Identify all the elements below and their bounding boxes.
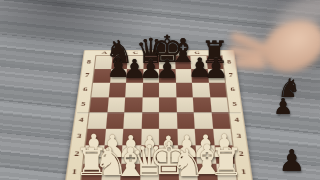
square-c1 — [120, 163, 140, 180]
square-c6 — [125, 83, 142, 97]
square-b5 — [107, 97, 125, 112]
square-d3 — [141, 128, 159, 145]
coordinate-label: 5 — [232, 102, 237, 107]
square-b8 — [111, 56, 128, 69]
coordinate-label: 4 — [79, 118, 84, 123]
square-e2 — [159, 145, 178, 163]
square-h7 — [207, 69, 225, 83]
square-e1 — [159, 163, 178, 180]
square-b4 — [105, 112, 124, 128]
coordinate-label: G — [194, 51, 200, 55]
coordinate-label: 1 — [241, 169, 247, 175]
square-f3 — [177, 128, 196, 145]
square-f1 — [178, 163, 198, 180]
square-a3 — [86, 128, 106, 145]
coordinate-label: 4 — [234, 118, 239, 123]
chess-scene: ABCDEFGH ABCDEFGH 87654321 87654321 ♞♛♚♝… — [0, 0, 320, 180]
square-e3 — [159, 128, 177, 145]
square-d2 — [140, 145, 159, 163]
square-e5 — [159, 97, 176, 112]
square-g2 — [196, 145, 216, 163]
coordinate-label: 3 — [236, 134, 241, 140]
square-d1 — [140, 163, 159, 180]
square-a2 — [83, 145, 103, 163]
square-b2 — [102, 145, 122, 163]
square-e8 — [159, 56, 175, 69]
square-g7 — [191, 69, 208, 83]
square-h5 — [210, 97, 229, 112]
square-d5 — [142, 97, 159, 112]
square-c2 — [121, 145, 140, 163]
square-c5 — [124, 97, 142, 112]
square-a5 — [90, 97, 109, 112]
square-b6 — [108, 83, 126, 97]
square-a7 — [93, 69, 111, 83]
square-b1 — [101, 163, 122, 180]
square-h4 — [211, 112, 230, 128]
square-g3 — [195, 128, 214, 145]
square-h1 — [216, 163, 237, 180]
square-c7 — [126, 69, 143, 83]
square-d6 — [142, 83, 159, 97]
coordinate-label: 2 — [74, 151, 80, 157]
hand-finger — [234, 58, 267, 69]
coordinate-label: C — [133, 51, 138, 55]
square-c8 — [127, 56, 143, 69]
square-a4 — [88, 112, 107, 128]
square-h6 — [208, 83, 226, 97]
square-c3 — [122, 128, 141, 145]
square-e4 — [159, 112, 177, 128]
square-e6 — [159, 83, 176, 97]
square-g6 — [192, 83, 210, 97]
board-squares — [81, 56, 237, 180]
square-g4 — [194, 112, 213, 128]
coordinate-label: 3 — [76, 134, 81, 140]
coordinate-label: E — [164, 51, 169, 55]
coordinate-label: 5 — [81, 102, 86, 107]
coordinate-label: 6 — [83, 87, 88, 92]
square-h3 — [213, 128, 233, 145]
square-f7 — [175, 69, 192, 83]
coordinate-label: 2 — [238, 151, 244, 157]
square-g1 — [197, 163, 218, 180]
square-a8 — [95, 56, 112, 69]
square-g5 — [193, 97, 211, 112]
square-d8 — [143, 56, 159, 69]
coordinate-label: 7 — [85, 73, 90, 78]
square-f6 — [175, 83, 192, 97]
square-f4 — [176, 112, 194, 128]
chess-board: ABCDEFGH ABCDEFGH 87654321 87654321 — [63, 50, 255, 180]
coordinate-label: F — [179, 51, 183, 55]
square-f2 — [177, 145, 196, 163]
board-fold-seam — [77, 112, 241, 113]
coordinate-label: H — [210, 51, 216, 55]
coordinate-label: 8 — [87, 60, 92, 64]
coordinate-label: D — [149, 51, 154, 55]
square-e7 — [159, 69, 175, 83]
square-d7 — [143, 69, 159, 83]
hand — [228, 8, 320, 90]
coordinate-label: B — [117, 51, 122, 55]
square-a6 — [91, 83, 109, 97]
square-f8 — [175, 56, 191, 69]
square-b7 — [110, 69, 127, 83]
square-b3 — [104, 128, 123, 145]
square-a1 — [81, 163, 102, 180]
square-f5 — [176, 97, 194, 112]
square-c4 — [123, 112, 141, 128]
square-d4 — [141, 112, 159, 128]
square-h8 — [206, 56, 223, 69]
file-labels-top: ABCDEFGH — [96, 50, 221, 55]
square-g8 — [190, 56, 207, 69]
coordinate-label: 1 — [71, 169, 77, 175]
square-h2 — [214, 145, 234, 163]
coordinate-label: A — [102, 51, 107, 55]
